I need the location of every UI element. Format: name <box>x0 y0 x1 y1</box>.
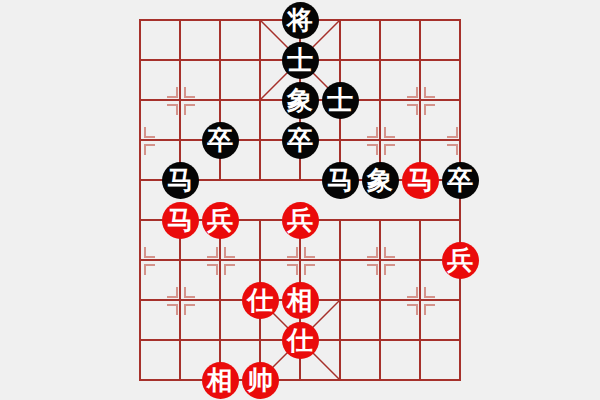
board-cell: 卒 <box>440 160 480 200</box>
board-cell: 马 <box>160 160 200 200</box>
board-cell: 卒 <box>200 120 240 160</box>
piece-red-horse[interactable]: 马 <box>402 162 439 199</box>
board-cell: 卒 <box>280 120 320 160</box>
piece-red-general[interactable]: 帅 <box>242 362 279 399</box>
piece-red-soldier[interactable]: 兵 <box>442 242 479 279</box>
piece-black-horse[interactable]: 马 <box>162 162 199 199</box>
piece-red-advisor[interactable]: 仕 <box>242 282 279 319</box>
piece-red-soldier[interactable]: 兵 <box>282 202 319 239</box>
board-cell: 兵 <box>200 200 240 240</box>
piece-black-soldier[interactable]: 卒 <box>442 162 479 199</box>
piece-red-elephant[interactable]: 相 <box>202 362 239 399</box>
board-cell: 兵 <box>440 240 480 280</box>
board-cell: 马 <box>160 200 200 240</box>
piece-red-elephant[interactable]: 相 <box>282 282 319 319</box>
piece-black-advisor[interactable]: 士 <box>322 82 359 119</box>
board-cell: 士 <box>280 40 320 80</box>
piece-black-advisor[interactable]: 士 <box>282 42 319 79</box>
piece-black-general[interactable]: 将 <box>282 2 319 39</box>
piece-black-horse[interactable]: 马 <box>322 162 359 199</box>
board-cell: 象 <box>280 80 320 120</box>
board-cell: 马 <box>320 160 360 200</box>
board-cell: 帅 <box>240 360 280 400</box>
piece-black-soldier[interactable]: 卒 <box>282 122 319 159</box>
piece-red-advisor[interactable]: 仕 <box>282 322 319 359</box>
piece-black-soldier[interactable]: 卒 <box>202 122 239 159</box>
board-cell: 象 <box>360 160 400 200</box>
board-cell: 将 <box>280 0 320 40</box>
board-cell: 相 <box>280 280 320 320</box>
piece-red-horse[interactable]: 马 <box>162 202 199 239</box>
piece-red-soldier[interactable]: 兵 <box>202 202 239 239</box>
board-cell: 兵 <box>280 200 320 240</box>
board-cell: 马 <box>400 160 440 200</box>
xiangqi-app-screen: 将士象士卒卒马马象马卒马兵兵兵仕相仕相帅 <box>0 0 600 400</box>
board-cell: 仕 <box>240 280 280 320</box>
xiangqi-board[interactable]: 将士象士卒卒马马象马卒马兵兵兵仕相仕相帅 <box>140 20 460 380</box>
pieces-grid: 将士象士卒卒马马象马卒马兵兵兵仕相仕相帅 <box>120 0 480 400</box>
board-cell: 相 <box>200 360 240 400</box>
piece-black-elephant[interactable]: 象 <box>362 162 399 199</box>
board-cell: 仕 <box>280 320 320 360</box>
piece-black-elephant[interactable]: 象 <box>282 82 319 119</box>
board-cell: 士 <box>320 80 360 120</box>
